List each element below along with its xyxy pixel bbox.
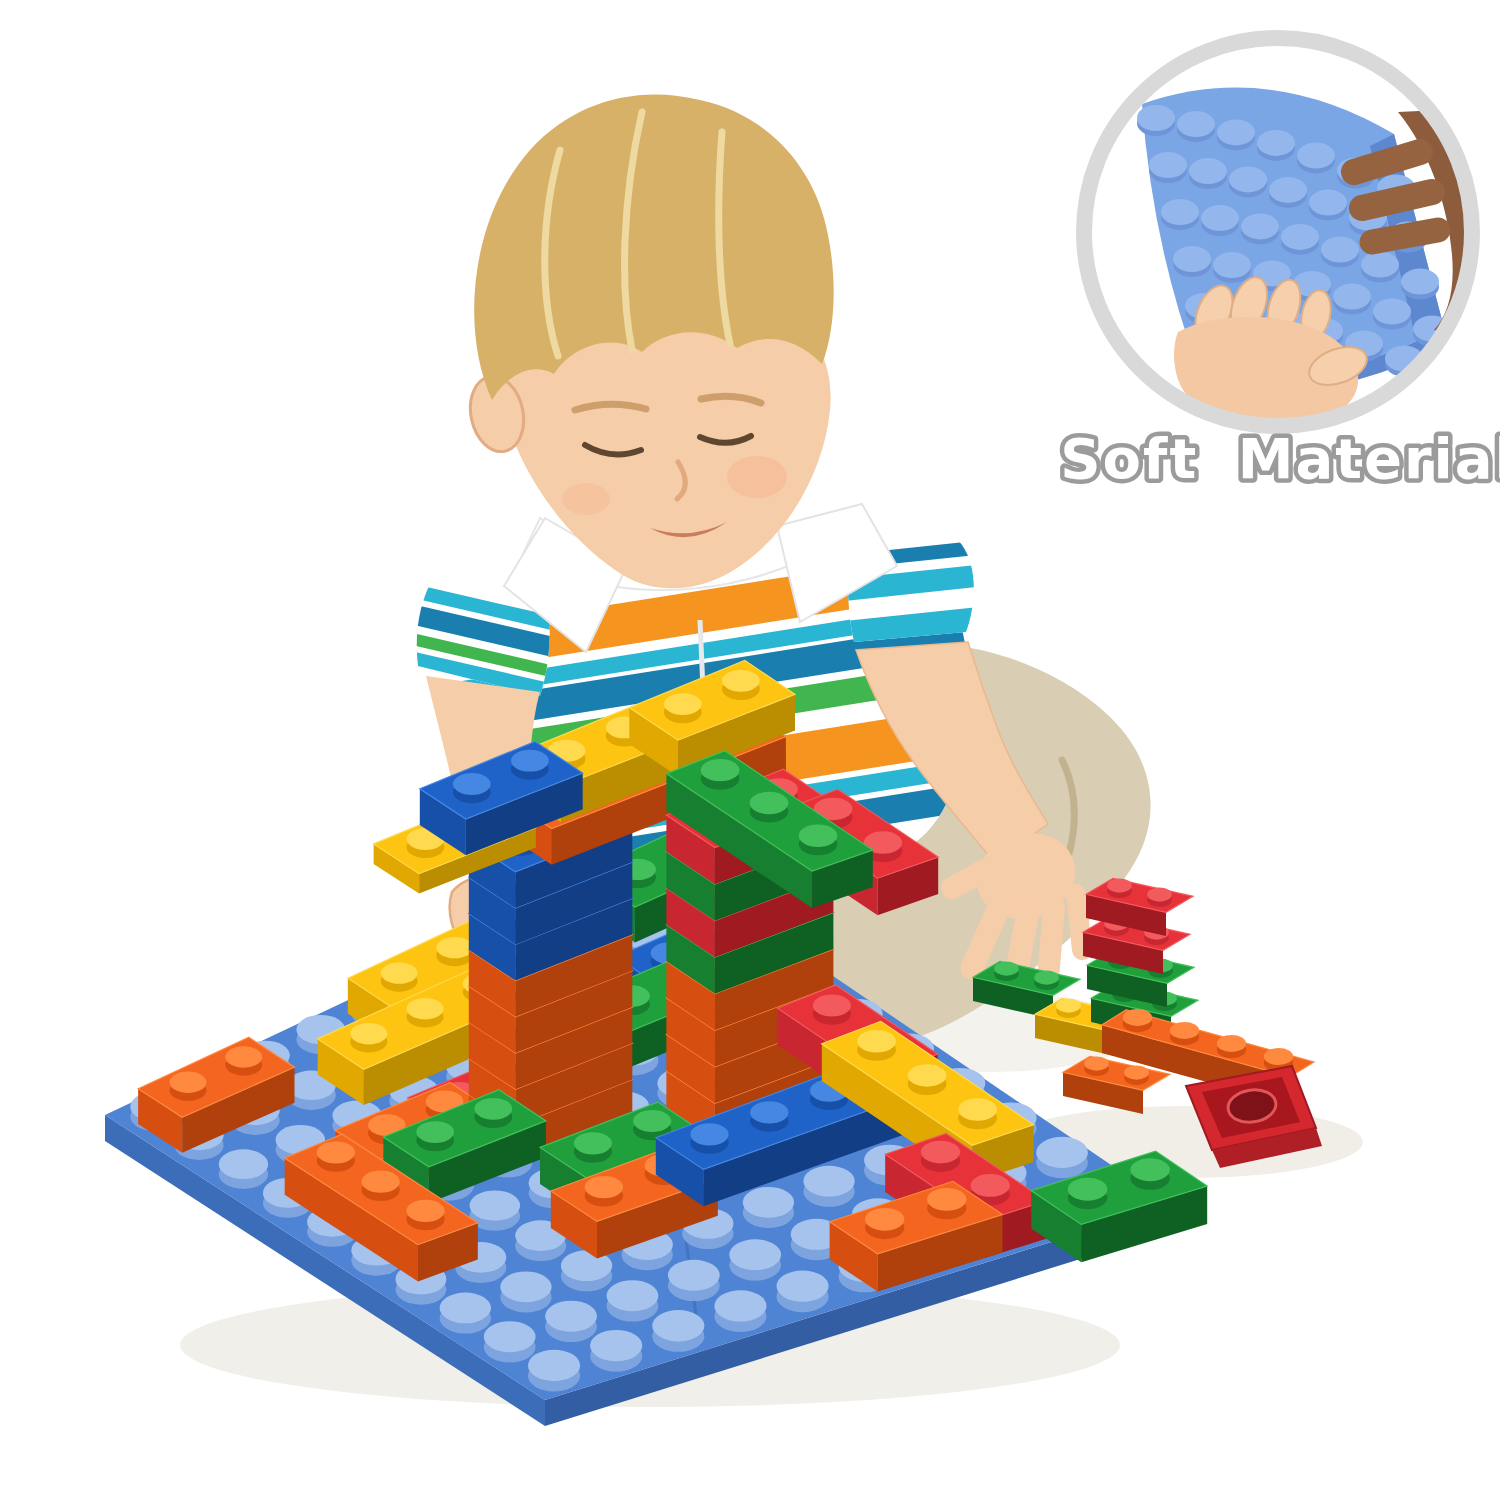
plate-stud <box>743 1187 794 1218</box>
inset-stud <box>1333 284 1371 310</box>
brick-stud <box>1217 1035 1246 1052</box>
right-finger <box>1048 908 1054 978</box>
plate-stud <box>668 1260 720 1291</box>
brick-stud <box>350 1023 387 1044</box>
brick-stud <box>633 1110 671 1132</box>
brick-stud <box>750 792 789 814</box>
plate-stud <box>500 1271 551 1302</box>
brick-stud <box>908 1064 947 1086</box>
inset-stud <box>1361 252 1399 278</box>
inset-stud <box>1213 252 1251 278</box>
brick-stud <box>585 1176 623 1198</box>
inset-stud <box>1189 158 1227 184</box>
plate-stud <box>803 1166 854 1197</box>
brick-stud <box>1034 970 1059 984</box>
brick-stud <box>1056 998 1081 1012</box>
soft-material-inset <box>1084 38 1480 452</box>
brick-stud <box>971 1174 1010 1197</box>
inset-stud <box>1137 105 1175 131</box>
plate-stud <box>440 1293 491 1324</box>
inset-stud <box>1173 246 1211 272</box>
dark-hand-finger <box>1362 192 1432 208</box>
brick-stud <box>1123 1009 1152 1026</box>
plate-stud <box>607 1280 659 1311</box>
plate-stud <box>470 1190 521 1220</box>
dark-hand-finger <box>1372 230 1438 242</box>
inset-stud <box>1149 152 1187 178</box>
product-photo-stage: Soft Material <box>0 0 1500 1500</box>
brick-stud <box>1124 1065 1149 1079</box>
plate-stud <box>776 1270 828 1301</box>
caption: Soft Material <box>1060 426 1500 491</box>
plate-stud <box>729 1239 781 1270</box>
inset-stud <box>1373 299 1411 325</box>
brick-stud <box>927 1188 966 1211</box>
scene: Soft Material <box>0 0 1500 1500</box>
brick-stud <box>170 1072 207 1093</box>
inset-stud <box>1321 237 1359 263</box>
brick-stud <box>1170 1022 1199 1039</box>
brick-stud <box>958 1098 997 1120</box>
inset-stud <box>1201 205 1239 231</box>
brick-stud <box>1264 1048 1293 1065</box>
brick-stud <box>474 1098 512 1120</box>
inset-stud <box>1257 130 1295 156</box>
plate-stud <box>714 1290 766 1321</box>
plate-stud <box>545 1301 597 1332</box>
inset-stud <box>1241 213 1279 239</box>
brick-stud <box>664 693 702 715</box>
brick-stud <box>722 670 760 692</box>
brick-stud <box>857 1030 896 1052</box>
brick-stud <box>813 994 851 1016</box>
brick-stud <box>511 750 549 772</box>
inset-stud <box>1161 199 1199 225</box>
inset-stud-side <box>1425 368 1463 394</box>
brick-stud <box>416 1121 454 1143</box>
brick-stud <box>701 759 740 781</box>
inset-stud <box>1401 269 1439 295</box>
brick-stud <box>317 1141 355 1163</box>
inset-stud <box>1229 166 1267 192</box>
inset-stud <box>1297 143 1335 169</box>
brick-stud <box>453 773 491 795</box>
brick-stud <box>1068 1178 1107 1201</box>
inset-stud <box>1177 111 1215 137</box>
right-finger <box>1076 894 1082 950</box>
brick-stud <box>381 962 418 983</box>
inset-stud <box>1425 363 1463 389</box>
plate-stud <box>652 1310 704 1341</box>
plate-stud <box>1036 1137 1088 1168</box>
plate-stud <box>219 1149 269 1179</box>
brick-stud <box>1084 1056 1109 1070</box>
brick-stud <box>362 1171 400 1193</box>
brick-stud <box>407 998 444 1019</box>
cheek-right <box>727 456 787 498</box>
inset-stud <box>1281 224 1319 250</box>
inset-stud <box>1309 190 1347 216</box>
brick-stud <box>1107 878 1132 892</box>
brick-stud <box>225 1046 262 1067</box>
brick-stud <box>1130 1158 1169 1181</box>
inset-stud <box>1269 177 1307 203</box>
cheek-left <box>562 483 610 515</box>
brick-stud <box>750 1101 788 1123</box>
brick-stud <box>865 1208 904 1231</box>
brick-stud <box>1147 887 1172 901</box>
plate-stud <box>590 1330 642 1361</box>
plate-stud <box>484 1321 536 1352</box>
plate-stud <box>528 1350 580 1381</box>
brick-stud <box>436 937 473 958</box>
brick-stud <box>574 1132 612 1154</box>
brick-stud <box>690 1123 728 1145</box>
inset-stud <box>1217 119 1255 145</box>
brick-stud <box>994 961 1019 975</box>
brick-stud <box>799 825 838 847</box>
brick-stud <box>921 1141 960 1164</box>
brick-stud <box>406 1200 444 1222</box>
